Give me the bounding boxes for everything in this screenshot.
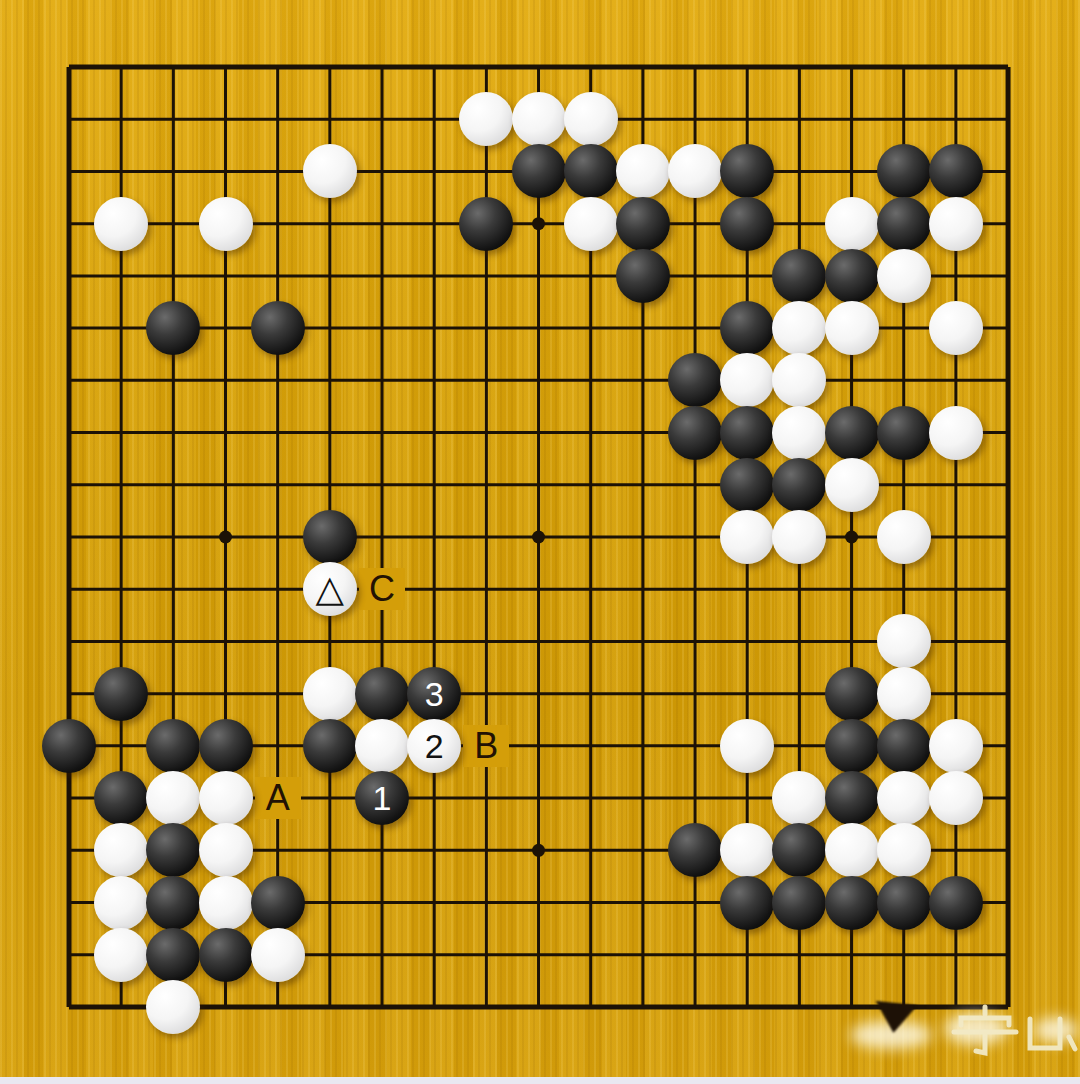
stone-white (199, 823, 253, 877)
stone-black (772, 249, 826, 303)
stone-black (146, 719, 200, 773)
stone-black (355, 667, 409, 721)
stone-black (616, 197, 670, 251)
stone-black (512, 144, 566, 198)
stone-white (929, 771, 983, 825)
stone-black (929, 144, 983, 198)
stone-black (877, 197, 931, 251)
mark-triangle: △ (303, 562, 357, 616)
stone-black (877, 876, 931, 930)
stone-black (616, 249, 670, 303)
stone-black (564, 144, 618, 198)
stone-black (877, 406, 931, 460)
stone-white (720, 510, 774, 564)
stone-white (877, 823, 931, 877)
stone-black (199, 928, 253, 982)
stone-black (877, 719, 931, 773)
stone-white: 2 (407, 719, 461, 773)
stone-white (355, 719, 409, 773)
stone-black (825, 771, 879, 825)
stone-black (772, 876, 826, 930)
stone-white (94, 876, 148, 930)
stone-white (877, 667, 931, 721)
stone-black (251, 876, 305, 930)
stone-black: 3 (407, 667, 461, 721)
stone-black (720, 458, 774, 512)
stone-white: △ (303, 562, 357, 616)
star-point (532, 217, 545, 230)
stone-white (877, 249, 931, 303)
stone-black (720, 197, 774, 251)
star-point (532, 530, 545, 543)
stone-black (720, 301, 774, 355)
star-point (845, 530, 858, 543)
stone-black (668, 406, 722, 460)
stone-black (199, 719, 253, 773)
stone-white (564, 197, 618, 251)
stone-black (720, 406, 774, 460)
stone-white (720, 719, 774, 773)
stone-white (929, 197, 983, 251)
stone-black (94, 667, 148, 721)
stone-black (303, 719, 357, 773)
stone-black (825, 719, 879, 773)
stone-white (825, 301, 879, 355)
stone-white (303, 144, 357, 198)
stone-white (512, 92, 566, 146)
stone-white (199, 197, 253, 251)
point-label-c: C (359, 568, 405, 610)
stone-white (251, 928, 305, 982)
stone-black: 1 (355, 771, 409, 825)
stone-white (929, 719, 983, 773)
stone-white (616, 144, 670, 198)
stone-black (303, 510, 357, 564)
stone-black (772, 458, 826, 512)
stone-black (929, 876, 983, 930)
stone-white (303, 667, 357, 721)
point-label-a: A (255, 777, 301, 819)
stone-white (772, 406, 826, 460)
stone-black (825, 249, 879, 303)
stone-white (825, 197, 879, 251)
stone-black (720, 876, 774, 930)
stone-white (825, 458, 879, 512)
stone-white (199, 771, 253, 825)
stone-black (251, 301, 305, 355)
stone-black (146, 928, 200, 982)
stone-black (459, 197, 513, 251)
stone-white (772, 510, 826, 564)
stone-white (94, 197, 148, 251)
stone-white (199, 876, 253, 930)
stone-black (94, 771, 148, 825)
stone-white (825, 823, 879, 877)
stone-white (877, 510, 931, 564)
star-point (219, 530, 232, 543)
stone-white (877, 771, 931, 825)
mark-move-number: 3 (407, 667, 461, 721)
stone-white (929, 301, 983, 355)
stone-black (877, 144, 931, 198)
stone-black (668, 353, 722, 407)
stone-black (668, 823, 722, 877)
stone-white (146, 980, 200, 1034)
bottom-strip (0, 1077, 1080, 1084)
go-diagram-page: ABC △321 (0, 0, 1080, 1084)
stone-white (94, 928, 148, 982)
mark-move-number: 1 (355, 771, 409, 825)
star-point (532, 844, 545, 857)
stone-black (825, 876, 879, 930)
stone-black (825, 667, 879, 721)
point-label-b: B (463, 725, 509, 767)
stone-white (929, 406, 983, 460)
stone-black (146, 876, 200, 930)
mark-move-number: 2 (407, 719, 461, 773)
stone-white (564, 92, 618, 146)
stone-black (42, 719, 96, 773)
stone-black (825, 406, 879, 460)
stone-white (877, 614, 931, 668)
